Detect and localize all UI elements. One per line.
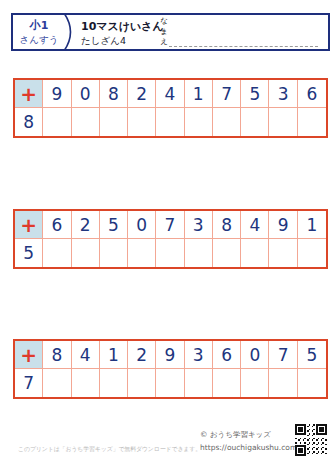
top-number-cell-7: 7 [156,211,184,239]
top-number-cell-1: 1 [298,211,326,239]
operator-cell: + [15,211,43,239]
top-number-cell-3: 3 [185,211,213,239]
top-number-cell-7: 7 [269,341,297,369]
top-number-cell-6: 6 [213,341,241,369]
answer-cell[interactable] [269,239,297,267]
top-number-cell-3: 3 [185,341,213,369]
grade-label: 小1 [30,19,49,33]
top-number-cell-8: 8 [43,341,71,369]
top-number-cell-0: 0 [72,80,100,108]
top-number-cell-0: 0 [128,211,156,239]
top-number-cell-9: 9 [269,211,297,239]
top-number-cell-8: 8 [100,80,128,108]
footer-note: このプリントは「おうち学習キッズ」で無料ダウンロードできます。 [18,445,201,454]
worksheet-page: 小1 さんすう 10マスけいさん たしざん4 な ま え +9082417536… [0,0,336,471]
top-number-cell-2: 2 [72,211,100,239]
title-sub: たしざん4 [81,34,164,48]
answer-cell[interactable] [241,369,269,397]
answer-cell[interactable] [43,108,71,136]
worksheet-title: 10マスけいさん たしざん4 [81,19,164,48]
answer-cell[interactable] [128,369,156,397]
top-number-cell-4: 4 [72,341,100,369]
addend-cell: 7 [15,369,43,397]
top-number-cell-5: 5 [100,211,128,239]
calc-grid-1: +90824175368 [13,78,328,138]
calc-grid-3: +84129360757 [13,339,328,399]
worksheet-header: 小1 さんすう 10マスけいさん たしざん4 な ま え [11,13,330,51]
top-number-cell-1: 1 [185,80,213,108]
answer-cell[interactable] [43,369,71,397]
answer-cell[interactable] [269,108,297,136]
top-number-cell-5: 5 [241,80,269,108]
answer-cell[interactable] [213,369,241,397]
answer-cell[interactable] [128,108,156,136]
grade-subject-label: 小1 さんすう [13,15,65,49]
answer-cell[interactable] [156,239,184,267]
top-number-cell-0: 0 [241,341,269,369]
footer-url-link[interactable]: https://ouchigakushu.com/ [200,443,300,452]
answer-cell[interactable] [185,369,213,397]
operator-cell: + [15,80,43,108]
top-number-cell-3: 3 [269,80,297,108]
grade-divider-curve [60,13,80,51]
top-number-cell-4: 4 [241,211,269,239]
answer-cell[interactable] [241,239,269,267]
top-number-cell-1: 1 [100,341,128,369]
answer-cell[interactable] [213,108,241,136]
answer-cell[interactable] [128,239,156,267]
answer-cell[interactable] [72,239,100,267]
answer-cell[interactable] [43,239,71,267]
answer-cell[interactable] [100,108,128,136]
answer-cell[interactable] [241,108,269,136]
title-main: 10マスけいさん [81,19,164,34]
top-number-cell-8: 8 [213,211,241,239]
answer-cell[interactable] [185,239,213,267]
top-number-cell-6: 6 [298,80,326,108]
addend-cell: 8 [15,108,43,136]
name-field-label: な ま え [159,16,169,48]
answer-cell[interactable] [72,369,100,397]
top-number-cell-2: 2 [128,80,156,108]
answer-cell[interactable] [100,369,128,397]
name-field-line[interactable] [169,45,318,47]
answer-cell[interactable] [100,239,128,267]
answer-cell[interactable] [72,108,100,136]
subject-label: さんすう [20,33,59,46]
answer-cell[interactable] [156,369,184,397]
top-number-cell-9: 9 [43,80,71,108]
answer-cell[interactable] [185,108,213,136]
operator-cell: + [15,341,43,369]
top-number-cell-6: 6 [43,211,71,239]
top-number-cell-9: 9 [156,341,184,369]
answer-cell[interactable] [269,369,297,397]
top-number-cell-4: 4 [156,80,184,108]
addend-cell: 5 [15,239,43,267]
footer-copyright: © おうち学習キッズ [200,429,271,440]
answer-cell[interactable] [156,108,184,136]
answer-cell[interactable] [298,239,326,267]
answer-cell[interactable] [298,369,326,397]
qr-code [295,424,327,456]
top-number-cell-5: 5 [298,341,326,369]
answer-cell[interactable] [298,108,326,136]
top-number-cell-2: 2 [128,341,156,369]
answer-cell[interactable] [213,239,241,267]
calc-grid-2: +62507384915 [13,209,328,269]
top-number-cell-7: 7 [213,80,241,108]
